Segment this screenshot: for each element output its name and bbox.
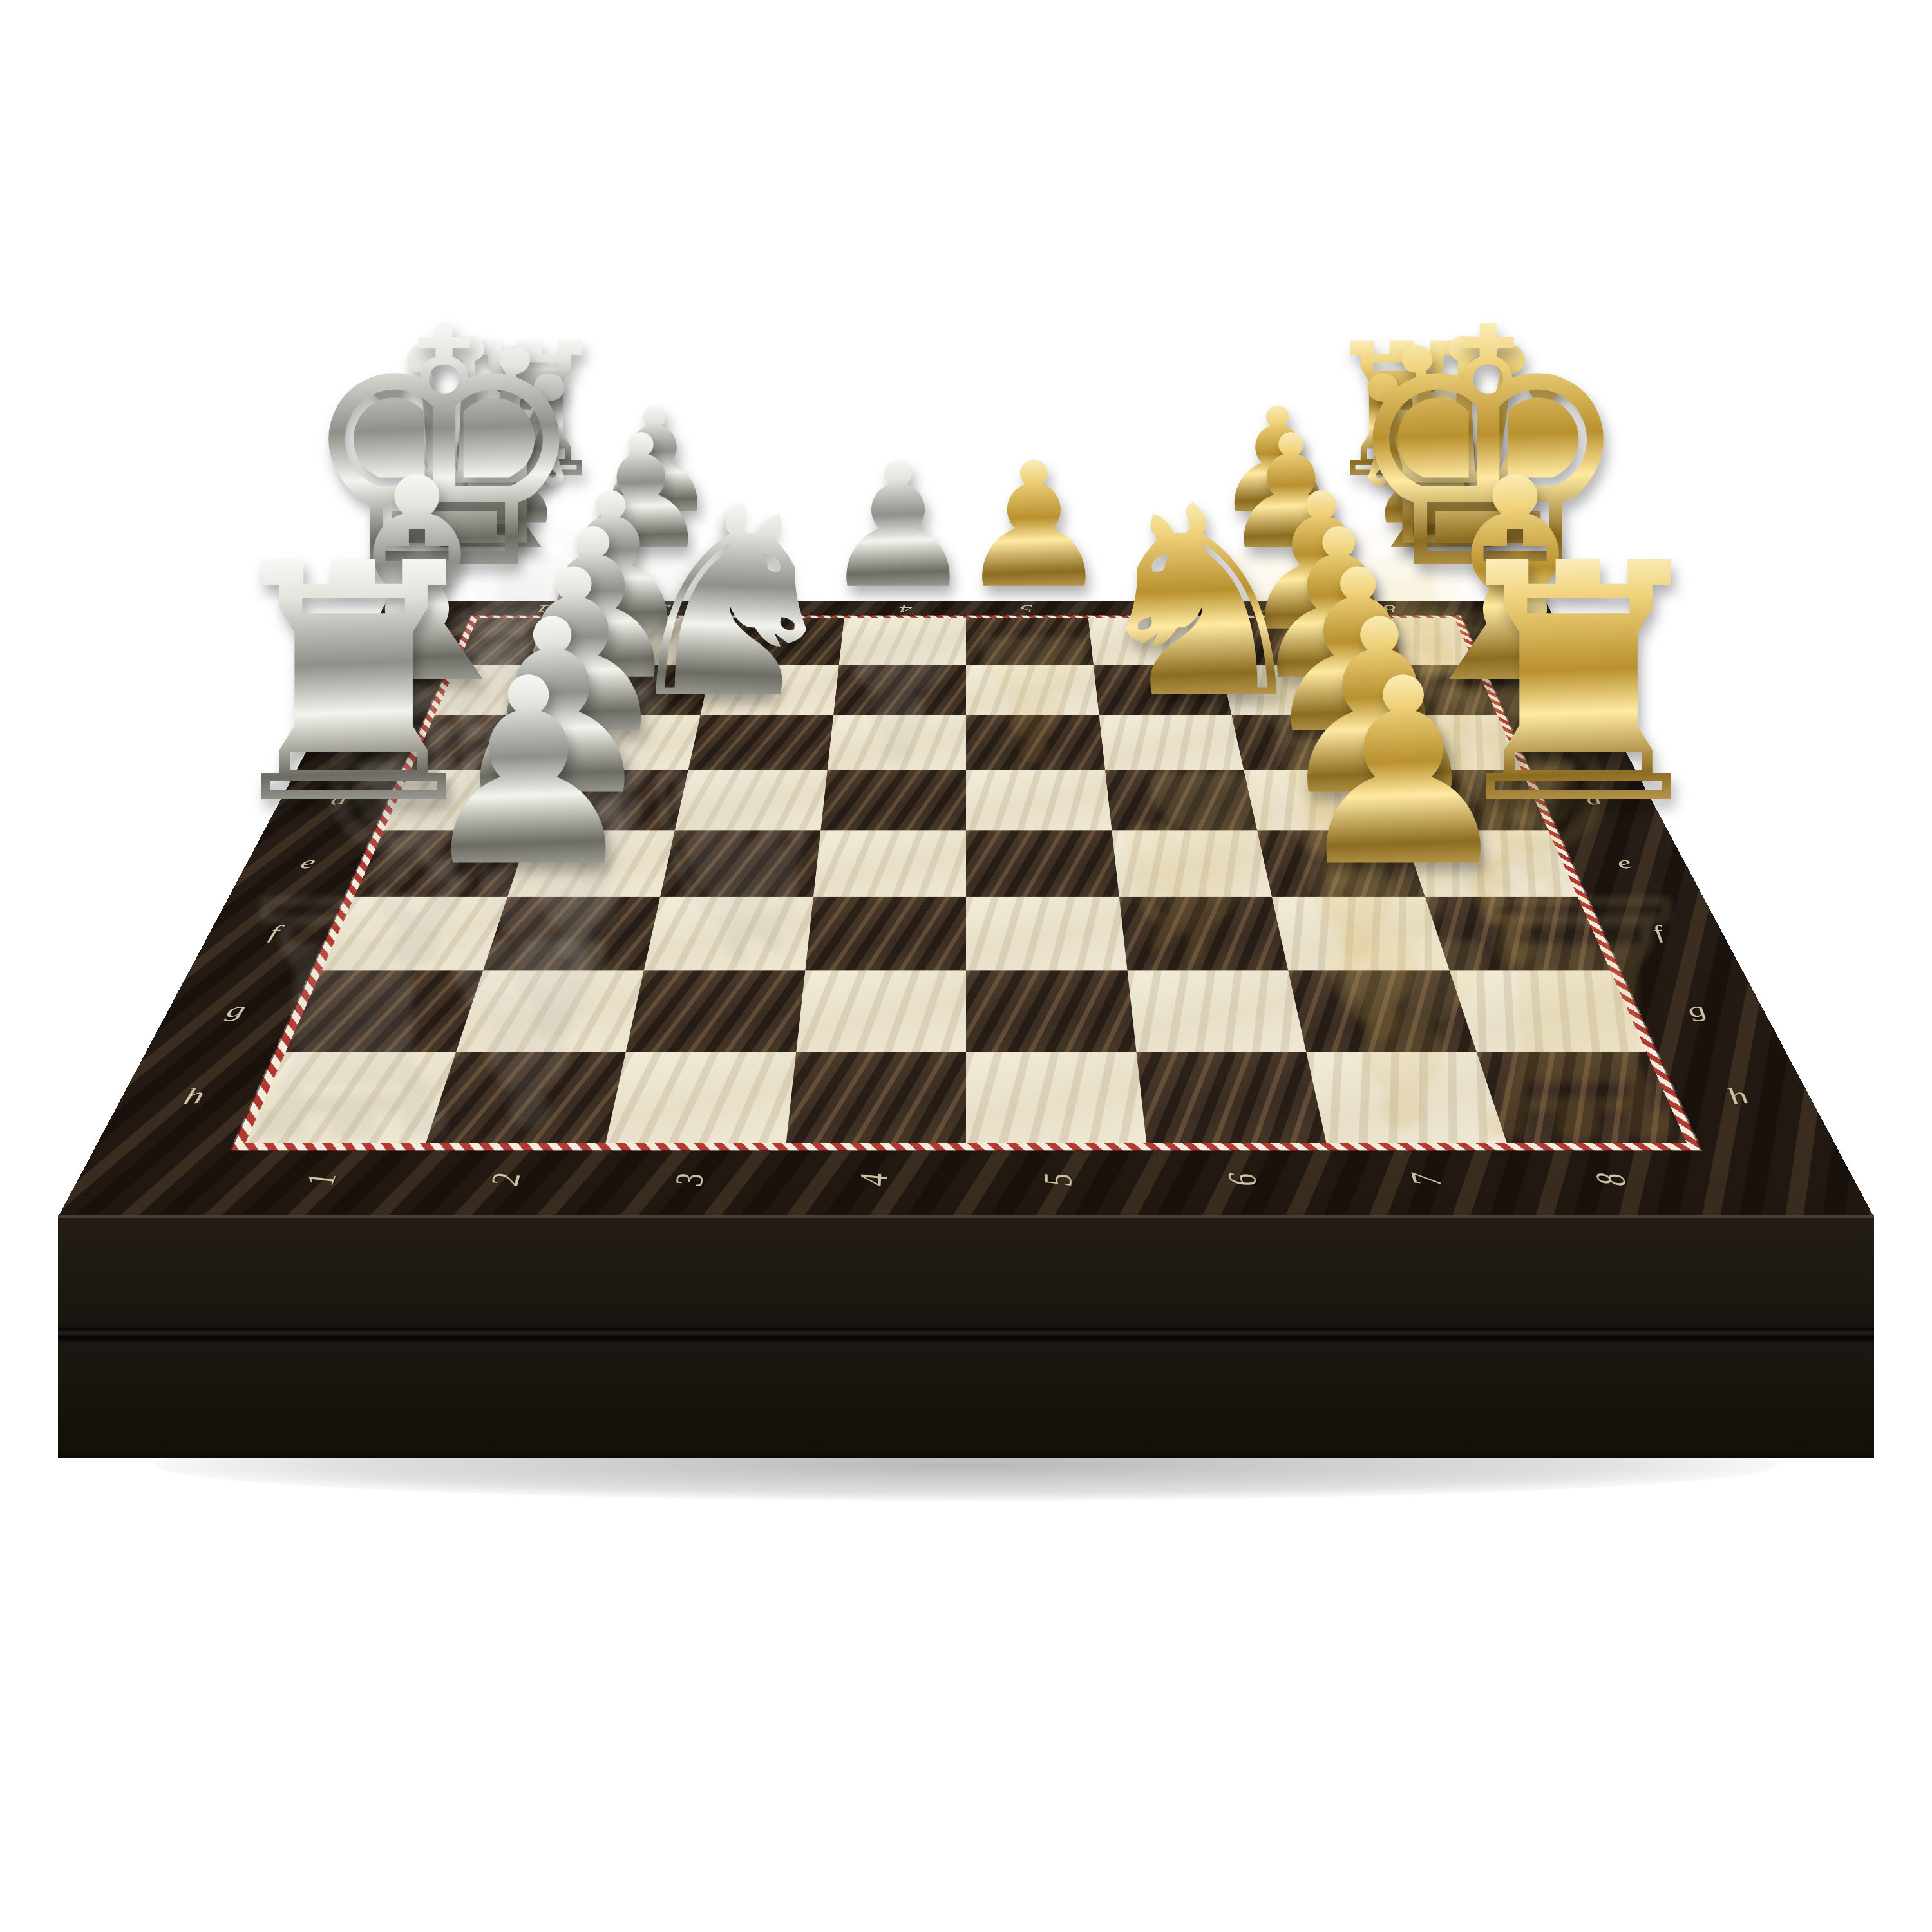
square-f3 xyxy=(644,896,813,970)
square-h6 xyxy=(1136,1052,1326,1143)
square-a7 xyxy=(1210,618,1347,665)
file-label-right-d: d xyxy=(1580,791,1606,808)
rank-label-back-2: 2 xyxy=(655,603,671,614)
square-e7 xyxy=(1257,830,1425,896)
rank-label-front-3: 3 xyxy=(668,1173,711,1186)
rank-label-front-7: 7 xyxy=(1405,1173,1448,1186)
square-f1 xyxy=(322,896,507,970)
square-h2 xyxy=(426,1052,626,1143)
square-d4 xyxy=(820,770,966,831)
square-b6 xyxy=(1094,665,1232,715)
square-c1 xyxy=(410,715,567,770)
square-a3 xyxy=(712,618,844,665)
box-front-face xyxy=(58,1215,1874,1458)
file-label-left-h: h xyxy=(181,1084,207,1108)
file-label-left-e: e xyxy=(298,854,317,871)
square-d6 xyxy=(1105,770,1257,831)
square-f4 xyxy=(805,896,966,970)
board-top-surface: aabbccddeeffgghh1122334455667788 xyxy=(58,601,1874,1217)
square-a6 xyxy=(1088,618,1221,665)
square-c8 xyxy=(1365,715,1522,770)
square-a5 xyxy=(966,618,1094,665)
square-g2 xyxy=(456,970,644,1052)
file-label-left-g: g xyxy=(224,999,249,1021)
rank-label-front-6: 6 xyxy=(1221,1173,1264,1186)
square-e1 xyxy=(354,830,529,896)
rank-label-back-8: 8 xyxy=(1381,603,1398,614)
file-label-left-c: c xyxy=(359,735,375,749)
square-b1 xyxy=(435,665,584,715)
file-label-right-a: a xyxy=(1505,635,1527,647)
file-label-left-d: d xyxy=(329,791,349,808)
file-label-right-c: c xyxy=(1553,735,1576,749)
rank-label-back-3: 3 xyxy=(777,603,791,614)
square-c3 xyxy=(688,715,833,770)
square-b2 xyxy=(567,665,712,715)
rank-label-front-2: 2 xyxy=(484,1173,527,1186)
file-label-left-f: f xyxy=(267,923,281,942)
square-e4 xyxy=(813,830,966,896)
file-label-right-f: f xyxy=(1647,923,1669,942)
square-g6 xyxy=(1127,970,1306,1052)
square-d2 xyxy=(529,770,688,831)
file-label-left-a: a xyxy=(408,635,425,647)
square-g4 xyxy=(796,970,966,1052)
square-d7 xyxy=(1244,770,1403,831)
square-f2 xyxy=(483,896,660,970)
file-label-right-b: b xyxy=(1528,683,1551,696)
square-e5 xyxy=(966,830,1119,896)
rank-label-front-1: 1 xyxy=(299,1173,344,1186)
square-d8 xyxy=(1383,770,1548,831)
square-d5 xyxy=(966,770,1112,831)
chess-board-grid xyxy=(245,618,1687,1143)
square-f6 xyxy=(1119,896,1288,970)
rank-label-front-5: 5 xyxy=(1037,1173,1079,1186)
square-a2 xyxy=(584,618,721,665)
rank-label-front-8: 8 xyxy=(1588,1173,1633,1186)
square-h3 xyxy=(605,1052,795,1143)
square-a4 xyxy=(838,618,966,665)
square-d1 xyxy=(384,770,549,831)
square-a1 xyxy=(457,618,600,665)
file-label-right-e: e xyxy=(1611,854,1637,871)
square-c4 xyxy=(827,715,966,770)
square-e6 xyxy=(1112,830,1272,896)
rank-label-back-6: 6 xyxy=(1140,603,1155,614)
square-b4 xyxy=(833,665,966,715)
rank-label-back-1: 1 xyxy=(533,603,551,614)
square-b3 xyxy=(701,665,839,715)
square-a8 xyxy=(1332,618,1475,665)
square-c2 xyxy=(549,715,701,770)
rank-label-back-4: 4 xyxy=(898,603,913,614)
square-c5 xyxy=(966,715,1105,770)
square-f5 xyxy=(966,896,1127,970)
square-b5 xyxy=(966,665,1099,715)
file-label-right-h: h xyxy=(1721,1084,1754,1108)
chess-set-photo: aabbccddeeffgghh1122334455667788 ♜♜♟♟♜♜♟… xyxy=(0,0,1932,1932)
square-e8 xyxy=(1403,830,1578,896)
square-b7 xyxy=(1220,665,1365,715)
square-h7 xyxy=(1306,1052,1506,1143)
rank-label-back-7: 7 xyxy=(1260,603,1276,614)
file-label-right-g: g xyxy=(1680,999,1711,1021)
rank-label-front-4: 4 xyxy=(853,1173,895,1186)
square-f7 xyxy=(1272,896,1449,970)
square-e2 xyxy=(507,830,675,896)
square-g5 xyxy=(966,970,1136,1052)
square-h4 xyxy=(786,1052,966,1143)
square-b8 xyxy=(1348,665,1497,715)
square-e3 xyxy=(660,830,820,896)
square-c6 xyxy=(1099,715,1244,770)
square-g3 xyxy=(626,970,805,1052)
square-h5 xyxy=(966,1052,1146,1143)
square-f8 xyxy=(1425,896,1610,970)
file-label-left-b: b xyxy=(384,683,401,696)
rank-label-back-5: 5 xyxy=(1019,603,1034,614)
square-d3 xyxy=(675,770,827,831)
square-c7 xyxy=(1231,715,1383,770)
square-g7 xyxy=(1288,970,1476,1052)
